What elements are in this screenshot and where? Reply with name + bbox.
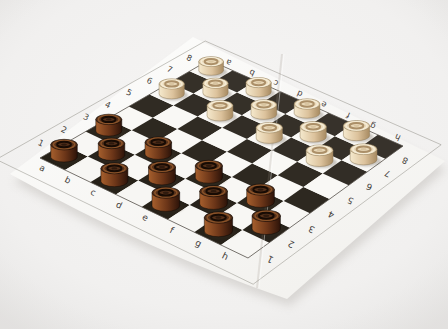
- checker-light-e8[interactable]: [294, 99, 324, 120]
- checker-dark-f2[interactable]: [200, 186, 232, 211]
- checker-light-d7[interactable]: [251, 100, 281, 122]
- checker-dark-g3[interactable]: [247, 184, 279, 209]
- checker-light-a6[interactable]: [159, 79, 188, 101]
- checker-light-g6[interactable]: [306, 145, 337, 168]
- checker-dark-h2[interactable]: [252, 210, 285, 236]
- piece-center-dot: [111, 167, 117, 169]
- checker-light-h7[interactable]: [350, 144, 381, 167]
- checker-dark-e3[interactable]: [195, 160, 226, 185]
- checker-light-b7[interactable]: [203, 78, 232, 99]
- checker-dark-e1[interactable]: [152, 187, 184, 213]
- piece-center-dot: [109, 142, 115, 144]
- piece-center-dot: [169, 83, 175, 85]
- piece-center-dot: [263, 215, 269, 217]
- piece-center-dot: [317, 149, 323, 151]
- checker-light-e6[interactable]: [256, 122, 286, 145]
- board-scene: abcdefgh12345678abcdefgh12345678: [0, 0, 448, 329]
- piece-center-dot: [261, 104, 267, 106]
- piece-center-dot: [256, 81, 262, 83]
- piece-center-dot: [61, 143, 67, 145]
- checker-dark-b2[interactable]: [98, 138, 128, 162]
- piece-center-dot: [213, 82, 219, 84]
- piece-center-dot: [211, 190, 217, 192]
- piece-center-dot: [217, 104, 223, 106]
- checker-light-f7[interactable]: [300, 122, 330, 144]
- checkers-board-photo: Checkers (Draughts) abcdefgh12345678abcd…: [0, 0, 448, 329]
- piece-center-dot: [310, 126, 316, 128]
- checker-dark-a1[interactable]: [51, 139, 81, 164]
- checker-light-g8[interactable]: [343, 121, 373, 143]
- piece-center-dot: [304, 103, 310, 105]
- checker-light-c8[interactable]: [246, 78, 275, 99]
- piece-center-dot: [215, 216, 221, 218]
- piece-center-dot: [106, 118, 112, 120]
- checker-dark-a3[interactable]: [96, 114, 126, 137]
- piece-center-dot: [354, 125, 360, 127]
- checker-light-a8[interactable]: [199, 57, 227, 78]
- checker-dark-d2[interactable]: [148, 162, 179, 187]
- checker-dark-g1[interactable]: [204, 212, 237, 238]
- piece-center-dot: [155, 141, 161, 143]
- piece-center-dot: [361, 148, 367, 150]
- piece-center-dot: [257, 188, 263, 190]
- piece-center-dot: [266, 127, 272, 129]
- checker-light-c6[interactable]: [207, 100, 237, 122]
- checker-dark-c1[interactable]: [101, 163, 132, 188]
- piece-center-dot: [206, 165, 212, 167]
- piece-center-dot: [208, 61, 213, 63]
- piece-center-dot: [159, 166, 165, 168]
- checker-dark-c3[interactable]: [145, 137, 176, 161]
- piece-center-dot: [163, 191, 169, 193]
